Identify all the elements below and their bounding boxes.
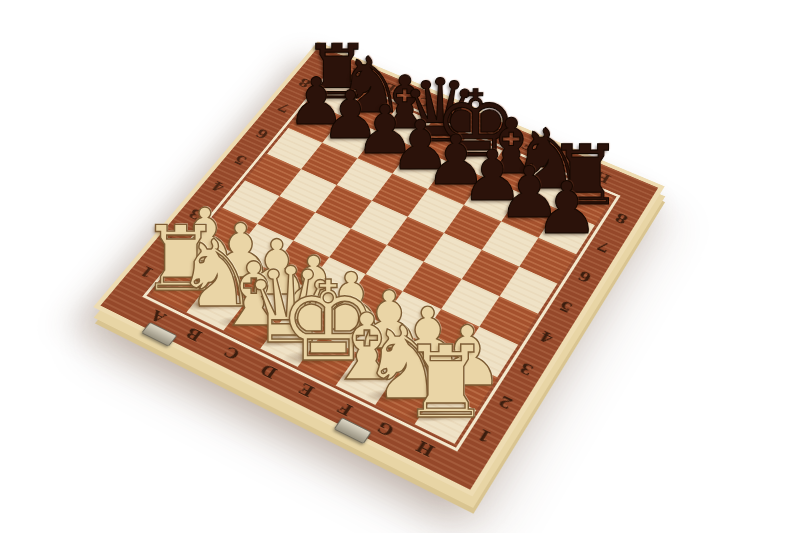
photo-stage: ABCDEFGH ABCDEFGH 87654321 87654321 ♜♞♝♛… (0, 0, 800, 533)
piece-white-rook-h1[interactable]: ♜ (401, 333, 491, 433)
piece-black-pawn-h7[interactable]: ♟ (534, 172, 599, 244)
hinge-icon (141, 322, 177, 347)
